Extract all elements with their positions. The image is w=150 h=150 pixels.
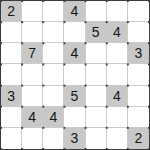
cell-r5c4[interactable]: [86, 107, 107, 128]
cell-r5c5[interactable]: [107, 107, 128, 128]
cell-r4c5: 4: [107, 86, 128, 107]
cell-r1c3[interactable]: [64, 22, 85, 43]
cell-r2c3: 4: [64, 43, 85, 64]
cell-r5c0[interactable]: [1, 107, 22, 128]
cell-r5c3[interactable]: [64, 107, 85, 128]
cell-r0c0: 2: [1, 1, 22, 22]
cell-r2c5[interactable]: [107, 43, 128, 64]
cell-r4c1[interactable]: [22, 86, 43, 107]
cell-r6c1[interactable]: [22, 128, 43, 149]
cell-r4c6[interactable]: [128, 86, 149, 107]
cell-r6c0[interactable]: [1, 128, 22, 149]
cell-r6c6: 2: [128, 128, 149, 149]
cell-r3c2[interactable]: [43, 64, 64, 85]
cell-r3c6[interactable]: [128, 64, 149, 85]
cell-r1c2[interactable]: [43, 22, 64, 43]
puzzle-grid: 2 4 5 4 7 4 3 3 5 4 4: [1, 1, 149, 149]
cell-r1c5: 4: [107, 22, 128, 43]
cell-r5c1: 4: [22, 107, 43, 128]
cell-r0c3: 4: [64, 1, 85, 22]
cell-r2c4[interactable]: [86, 43, 107, 64]
cell-r0c6[interactable]: [128, 1, 149, 22]
cell-r3c4[interactable]: [86, 64, 107, 85]
cell-r5c6[interactable]: [128, 107, 149, 128]
cell-r2c0[interactable]: [1, 43, 22, 64]
cell-r0c4[interactable]: [86, 1, 107, 22]
cell-r4c3: 5: [64, 86, 85, 107]
cell-r3c5[interactable]: [107, 64, 128, 85]
puzzle-board: 2 4 5 4 7 4 3 3 5 4 4: [0, 0, 150, 150]
cell-r0c2[interactable]: [43, 1, 64, 22]
cell-r1c6[interactable]: [128, 22, 149, 43]
cell-r6c3: 3: [64, 128, 85, 149]
cell-r1c0[interactable]: [1, 22, 22, 43]
cell-r1c4: 5: [86, 22, 107, 43]
cell-r2c2[interactable]: [43, 43, 64, 64]
cell-r3c0[interactable]: [1, 64, 22, 85]
cell-r4c2[interactable]: [43, 86, 64, 107]
cell-r2c6: 3: [128, 43, 149, 64]
cell-r6c2[interactable]: [43, 128, 64, 149]
cell-r2c1: 7: [22, 43, 43, 64]
cell-r0c5[interactable]: [107, 1, 128, 22]
cell-r6c4[interactable]: [86, 128, 107, 149]
cell-r3c3[interactable]: [64, 64, 85, 85]
cell-r1c1[interactable]: [22, 22, 43, 43]
cell-r5c2: 4: [43, 107, 64, 128]
cell-r6c5[interactable]: [107, 128, 128, 149]
cell-r4c0: 3: [1, 86, 22, 107]
cell-r0c1[interactable]: [22, 1, 43, 22]
cell-r3c1[interactable]: [22, 64, 43, 85]
cell-r4c4[interactable]: [86, 86, 107, 107]
